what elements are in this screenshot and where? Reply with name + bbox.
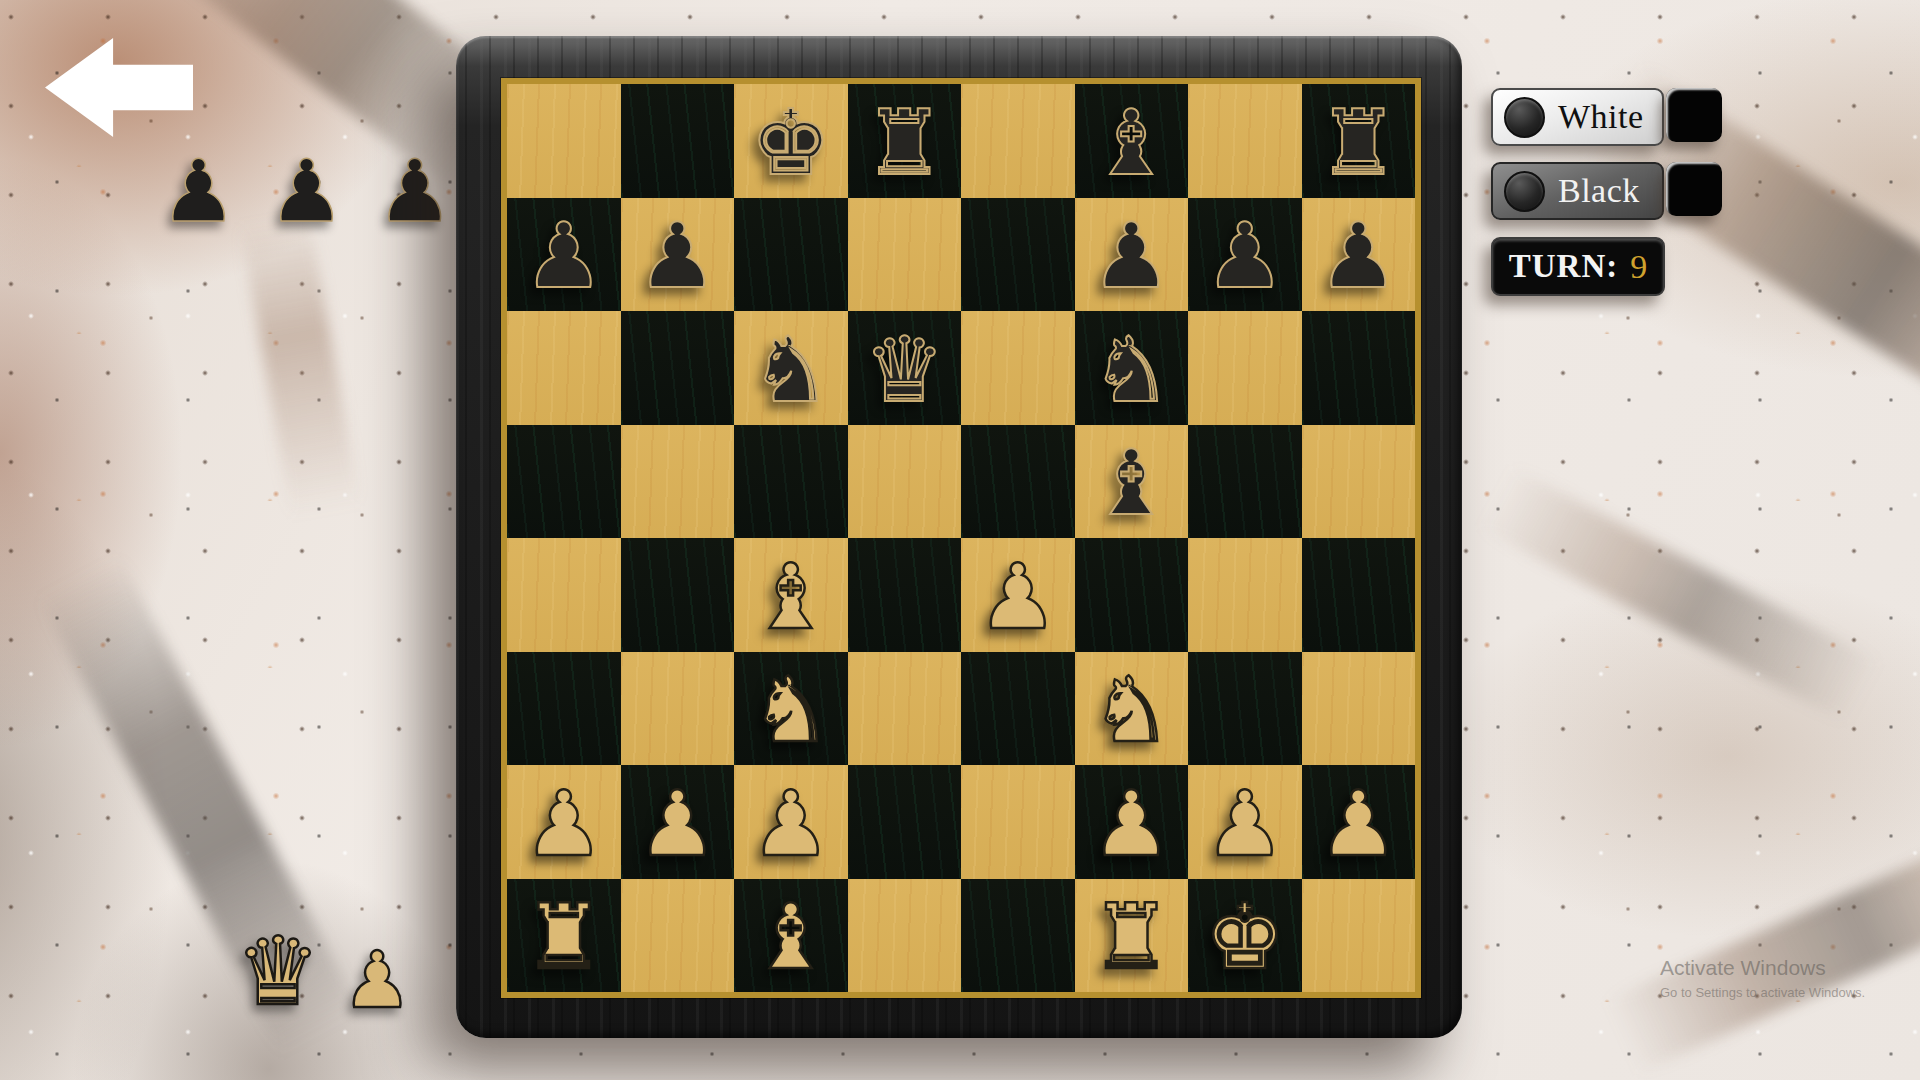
square-g8[interactable] (1188, 84, 1302, 198)
square-a1[interactable]: ♜ (507, 879, 621, 993)
turn-label: TURN: (1509, 248, 1619, 285)
square-f4[interactable] (1075, 538, 1189, 652)
square-e3[interactable] (961, 652, 1075, 766)
square-c1[interactable]: ♝ (734, 879, 848, 993)
chess-board-frame: ♚♜♝♜♟♟♟♟♟♞♛♞♝♝♟♞♞♟♟♟♟♟♟♜♝♜♚ (456, 36, 1462, 1038)
white-pawn-a2[interactable]: ♟ (523, 779, 604, 869)
white-pawn-b2[interactable]: ♟ (637, 779, 718, 869)
turn-number: 9 (1630, 248, 1647, 286)
square-a5[interactable] (507, 425, 621, 539)
white-rook-f1[interactable]: ♜ (1091, 892, 1172, 982)
square-c4[interactable]: ♝ (734, 538, 848, 652)
square-f3[interactable]: ♞ (1075, 652, 1189, 766)
black-radio-icon[interactable] (1504, 171, 1545, 212)
white-pawn-c2[interactable]: ♟ (750, 779, 831, 869)
square-e4[interactable]: ♟ (961, 538, 1075, 652)
white-player-label: White (1558, 98, 1644, 136)
white-bishop-c4[interactable]: ♝ (750, 552, 831, 642)
square-c7[interactable] (734, 198, 848, 312)
black-player-label: Black (1558, 172, 1640, 210)
square-h7[interactable]: ♟ (1302, 198, 1416, 312)
black-bishop-f8[interactable]: ♝ (1091, 98, 1172, 188)
black-pawn-a7[interactable]: ♟ (523, 211, 604, 301)
white-pawn-h2[interactable]: ♟ (1318, 779, 1399, 869)
square-a3[interactable] (507, 652, 621, 766)
white-player-color-swatch[interactable] (1666, 88, 1722, 142)
square-a7[interactable]: ♟ (507, 198, 621, 312)
square-c2[interactable]: ♟ (734, 765, 848, 879)
square-f7[interactable]: ♟ (1075, 198, 1189, 312)
square-d7[interactable] (848, 198, 962, 312)
square-g5[interactable] (1188, 425, 1302, 539)
watermark-line2: Go to Settings to activate Windows. (1660, 985, 1865, 1000)
square-d4[interactable] (848, 538, 962, 652)
square-e8[interactable] (961, 84, 1075, 198)
square-c6[interactable]: ♞ (734, 311, 848, 425)
activate-windows-watermark: Activate Windows Go to Settings to activ… (1660, 956, 1865, 1000)
marble-vein (1478, 466, 1882, 725)
black-pawn-b7[interactable]: ♟ (637, 211, 718, 301)
square-d6[interactable]: ♛ (848, 311, 962, 425)
square-f8[interactable]: ♝ (1075, 84, 1189, 198)
black-player-button[interactable]: Black (1491, 162, 1664, 220)
square-h3[interactable] (1302, 652, 1416, 766)
black-bishop-f5[interactable]: ♝ (1091, 438, 1172, 528)
square-g4[interactable] (1188, 538, 1302, 652)
square-b4[interactable] (621, 538, 735, 652)
black-queen-d6[interactable]: ♛ (864, 325, 945, 415)
square-f2[interactable]: ♟ (1075, 765, 1189, 879)
square-g2[interactable]: ♟ (1188, 765, 1302, 879)
black-king-c8[interactable]: ♚ (750, 98, 831, 188)
white-player-button[interactable]: White (1491, 88, 1664, 146)
square-b3[interactable] (621, 652, 735, 766)
black-pawn-g7[interactable]: ♟ (1204, 211, 1285, 301)
square-d5[interactable] (848, 425, 962, 539)
black-player-color-swatch[interactable] (1666, 162, 1722, 216)
white-pawn-e4[interactable]: ♟ (977, 552, 1058, 642)
black-pawn-h7[interactable]: ♟ (1318, 211, 1399, 301)
square-h4[interactable] (1302, 538, 1416, 652)
square-d8[interactable]: ♜ (848, 84, 962, 198)
black-knight-f6[interactable]: ♞ (1091, 325, 1172, 415)
captured-white-queen: ♛ (236, 925, 320, 1019)
square-f6[interactable]: ♞ (1075, 311, 1189, 425)
square-c3[interactable]: ♞ (734, 652, 848, 766)
square-g3[interactable] (1188, 652, 1302, 766)
square-d2[interactable] (848, 765, 962, 879)
white-knight-f3[interactable]: ♞ (1091, 665, 1172, 755)
captured-white-pieces-tray: ♛♟ (236, 923, 412, 1019)
square-b2[interactable]: ♟ (621, 765, 735, 879)
captured-white-pawn: ♟ (342, 941, 412, 1019)
square-f1[interactable]: ♜ (1075, 879, 1189, 993)
square-d1[interactable] (848, 879, 962, 993)
square-b6[interactable] (621, 311, 735, 425)
white-pawn-f2[interactable]: ♟ (1091, 779, 1172, 869)
turn-indicator: TURN: 9 (1491, 237, 1665, 296)
square-g7[interactable]: ♟ (1188, 198, 1302, 312)
marble-vein (239, 211, 360, 519)
square-a8[interactable] (507, 84, 621, 198)
square-e2[interactable] (961, 765, 1075, 879)
square-e5[interactable] (961, 425, 1075, 539)
square-a2[interactable]: ♟ (507, 765, 621, 879)
captured-black-pawn: ♟ (160, 148, 237, 234)
square-h1[interactable] (1302, 879, 1416, 993)
square-h5[interactable] (1302, 425, 1416, 539)
square-e6[interactable] (961, 311, 1075, 425)
board-grid: ♚♜♝♜♟♟♟♟♟♞♛♞♝♝♟♞♞♟♟♟♟♟♟♜♝♜♚ (507, 84, 1415, 992)
black-knight-c6[interactable]: ♞ (750, 325, 831, 415)
white-knight-c3[interactable]: ♞ (750, 665, 831, 755)
square-c8[interactable]: ♚ (734, 84, 848, 198)
square-c5[interactable] (734, 425, 848, 539)
white-pawn-g2[interactable]: ♟ (1204, 779, 1285, 869)
square-g6[interactable] (1188, 311, 1302, 425)
square-b7[interactable]: ♟ (621, 198, 735, 312)
marble-vein (1604, 806, 1920, 1074)
captured-black-pieces-tray: ♟♟♟ (160, 138, 453, 234)
square-e7[interactable] (961, 198, 1075, 312)
square-h6[interactable] (1302, 311, 1416, 425)
back-arrow-icon[interactable] (45, 38, 193, 137)
chess-board-border: ♚♜♝♜♟♟♟♟♟♞♛♞♝♝♟♞♞♟♟♟♟♟♟♜♝♜♚ (501, 78, 1421, 998)
captured-black-pawn: ♟ (376, 148, 453, 234)
black-pawn-f7[interactable]: ♟ (1091, 211, 1172, 301)
square-b5[interactable] (621, 425, 735, 539)
square-h8[interactable]: ♜ (1302, 84, 1416, 198)
black-rook-d8[interactable]: ♜ (864, 98, 945, 188)
square-b1[interactable] (621, 879, 735, 993)
square-e1[interactable] (961, 879, 1075, 993)
white-rook-a1[interactable]: ♜ (523, 892, 604, 982)
white-bishop-c1[interactable]: ♝ (750, 892, 831, 982)
square-a4[interactable] (507, 538, 621, 652)
white-radio-icon[interactable] (1504, 97, 1545, 138)
square-a6[interactable] (507, 311, 621, 425)
black-rook-h8[interactable]: ♜ (1318, 98, 1399, 188)
white-king-g1[interactable]: ♚ (1204, 892, 1285, 982)
square-b8[interactable] (621, 84, 735, 198)
square-f5[interactable]: ♝ (1075, 425, 1189, 539)
square-h2[interactable]: ♟ (1302, 765, 1416, 879)
square-g1[interactable]: ♚ (1188, 879, 1302, 993)
watermark-line1: Activate Windows (1660, 956, 1865, 980)
captured-black-pawn: ♟ (268, 148, 345, 234)
square-d3[interactable] (848, 652, 962, 766)
